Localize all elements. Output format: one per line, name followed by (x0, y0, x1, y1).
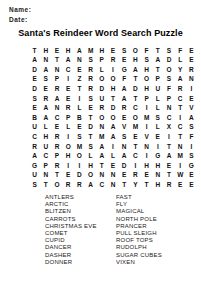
grid-cell[interactable]: I (107, 65, 118, 75)
grid-cell[interactable]: S (119, 46, 130, 56)
grid-cell[interactable]: A (40, 65, 51, 75)
grid-cell[interactable]: N (152, 171, 163, 181)
grid-cell[interactable]: S (85, 56, 96, 66)
grid-cell[interactable]: F (163, 84, 174, 94)
grid-cell[interactable]: R (63, 104, 74, 114)
grid-cell[interactable]: E (119, 113, 130, 123)
grid-cell[interactable]: E (51, 123, 62, 133)
grid-cell[interactable]: E (63, 94, 74, 104)
grid-cell[interactable]: H (141, 84, 152, 94)
grid-cell[interactable]: T (40, 180, 51, 190)
grid-cell[interactable]: D (163, 56, 174, 66)
grid-cell[interactable]: F (141, 46, 152, 56)
grid-cell[interactable]: A (40, 113, 51, 123)
grid-cell[interactable]: A (175, 75, 186, 85)
grid-cell[interactable]: D (74, 171, 85, 181)
grid-cell[interactable]: H (107, 84, 118, 94)
grid-cell[interactable]: E (107, 161, 118, 171)
grid-cell[interactable]: I (63, 75, 74, 85)
word-item: BLITZEN (45, 208, 97, 215)
grid-cell[interactable]: U (152, 84, 163, 94)
grid-cell[interactable]: E (186, 171, 197, 181)
grid-cell[interactable]: I (141, 104, 152, 114)
grid-cell[interactable]: T (175, 132, 186, 142)
grid-cell[interactable]: E (74, 65, 85, 75)
grid-cell[interactable]: E (163, 161, 174, 171)
grid-cell[interactable]: P (163, 94, 174, 104)
grid-cell[interactable]: N (163, 104, 174, 114)
grid-cell[interactable]: T (175, 104, 186, 114)
grid-cell[interactable]: C (63, 65, 74, 75)
grid-cell[interactable]: O (96, 75, 107, 85)
grid-cell[interactable]: I (175, 113, 186, 123)
grid-cell[interactable]: E (186, 46, 197, 56)
grid-cell[interactable]: T (152, 46, 163, 56)
word-item: ROOF TOPS (116, 237, 162, 244)
grid-cell[interactable]: N (107, 171, 118, 181)
grid-cell[interactable]: N (186, 75, 197, 85)
grid-cell[interactable]: G (186, 161, 197, 171)
grid-cell[interactable]: O (96, 113, 107, 123)
grid-cell[interactable]: D (119, 161, 130, 171)
grid-cell[interactable]: A (163, 152, 174, 162)
grid-cell[interactable]: X (163, 123, 174, 133)
grid-cell[interactable]: T (29, 46, 40, 56)
grid-cell[interactable]: R (175, 84, 186, 94)
grid-cell[interactable]: I (130, 161, 141, 171)
grid-cell[interactable]: E (29, 104, 40, 114)
grid-cell[interactable]: T (141, 180, 152, 190)
grid-cell[interactable]: P (152, 75, 163, 85)
word-item: ANTLERS (45, 194, 97, 201)
grid-cell[interactable]: T (163, 142, 174, 152)
grid-cell[interactable]: T (51, 171, 62, 181)
grid-cell[interactable]: R (96, 104, 107, 114)
grid-cell[interactable]: S (29, 94, 40, 104)
grid-cell[interactable]: N (175, 142, 186, 152)
grid-cell[interactable]: H (85, 161, 96, 171)
grid-cell[interactable]: Z (74, 75, 85, 85)
grid-cell[interactable]: H (40, 46, 51, 56)
word-list: ANTLERSARCTICBLITZENCARROTSCHRISTMAS EVE… (0, 194, 201, 274)
grid-cell[interactable]: I (175, 161, 186, 171)
grid-cell[interactable]: E (152, 132, 163, 142)
grid-cell[interactable]: P (63, 113, 74, 123)
grid-cell[interactable]: A (107, 132, 118, 142)
grid-cell[interactable]: I (107, 142, 118, 152)
grid-cell[interactable]: S (152, 113, 163, 123)
word-item: FLY (116, 201, 162, 208)
grid-cell[interactable]: C (130, 152, 141, 162)
grid-cell[interactable]: R (29, 142, 40, 152)
grid-cell[interactable]: O (130, 113, 141, 123)
word-item: CARROTS (45, 216, 97, 223)
grid-cell[interactable]: S (29, 180, 40, 190)
grid-cell[interactable]: L (96, 65, 107, 75)
grid-cell[interactable]: O (74, 152, 85, 162)
grid-cell[interactable]: S (141, 56, 152, 66)
word-item: CHRISTMAS EVE (45, 223, 97, 230)
grid-cell[interactable]: I (74, 161, 85, 171)
word-item: PULL SLEIGH (116, 230, 162, 237)
grid-cell[interactable]: D (29, 65, 40, 75)
grid-cell[interactable]: A (40, 104, 51, 114)
grid-cell[interactable]: N (119, 142, 130, 152)
grid-cell[interactable]: A (186, 113, 197, 123)
grid-cell[interactable]: O (107, 75, 118, 85)
grid-cell[interactable]: C (40, 152, 51, 162)
grid-cell[interactable]: A (96, 142, 107, 152)
grid-cell[interactable]: I (63, 132, 74, 142)
grid-cell[interactable]: N (40, 171, 51, 181)
grid-cell[interactable]: S (85, 142, 96, 152)
grid-cell[interactable]: R (107, 56, 118, 66)
grid-cell[interactable]: A (119, 152, 130, 162)
grid-cell[interactable]: R (40, 94, 51, 104)
grid-cell[interactable]: E (119, 56, 130, 66)
grid-cell[interactable]: N (107, 180, 118, 190)
grid-cell[interactable]: A (74, 46, 85, 56)
grid-cell[interactable]: L (152, 104, 163, 114)
grid-cell[interactable]: T (119, 180, 130, 190)
grid-cell[interactable]: C (163, 113, 174, 123)
grid-cell[interactable]: O (141, 75, 152, 85)
grid-cell[interactable]: F (119, 75, 130, 85)
name-label: Name: (9, 6, 31, 13)
word-item: PRANCER (116, 223, 162, 230)
grid-cell[interactable]: L (175, 56, 186, 66)
grid-cell[interactable]: D (96, 84, 107, 94)
grid-cell[interactable]: A (107, 123, 118, 133)
grid-cell[interactable]: C (51, 113, 62, 123)
worksheet-page: Name: Date: Santa's Reindeer Word Search… (0, 0, 201, 282)
grid-cell[interactable]: R (51, 84, 62, 94)
grid-cell[interactable]: U (29, 123, 40, 133)
word-item: MAGICAL (116, 208, 162, 215)
word-item: DANCER (45, 244, 97, 251)
grid-cell[interactable]: N (74, 56, 85, 66)
grid-cell[interactable]: R (51, 142, 62, 152)
word-list-right-column: FASTFLYMAGICALNORTH POLEPRANCERPULL SLEI… (116, 194, 162, 266)
word-item: COMET (45, 230, 97, 237)
grid-cell[interactable]: R (130, 171, 141, 181)
grid-cell[interactable]: T (130, 75, 141, 85)
grid-cell[interactable]: S (163, 46, 174, 56)
grid-cell[interactable]: R (63, 180, 74, 190)
grid-cell[interactable]: R (186, 65, 197, 75)
grid-cell[interactable]: B (29, 113, 40, 123)
grid-cell[interactable]: L (107, 152, 118, 162)
word-item: FAST (116, 194, 162, 201)
grid-cell[interactable]: C (96, 180, 107, 190)
grid-cell[interactable]: H (63, 152, 74, 162)
word-item: RUDOLPH (116, 244, 162, 251)
grid-cell[interactable]: E (186, 180, 197, 190)
grid-cell[interactable]: E (186, 56, 197, 66)
grid-cell[interactable]: H (130, 56, 141, 66)
grid-cell[interactable]: V (119, 123, 130, 133)
grid-cell[interactable]: L (85, 152, 96, 162)
grid-cell[interactable]: I (63, 161, 74, 171)
grid-cell[interactable]: P (40, 161, 51, 171)
grid-cell[interactable]: A (51, 94, 62, 104)
grid-cell[interactable]: N (96, 123, 107, 133)
grid-cell[interactable]: F (175, 46, 186, 56)
grid-cell[interactable]: E (63, 84, 74, 94)
grid-cell[interactable]: H (152, 161, 163, 171)
grid-cell[interactable]: T (85, 132, 96, 142)
word-list-left-column: ANTLERSARCTICBLITZENCARROTSCHRISTMAS EVE… (45, 194, 97, 266)
grid-cell[interactable]: H (40, 132, 51, 142)
grid-cell[interactable]: A (85, 180, 96, 190)
grid-cell[interactable]: U (96, 94, 107, 104)
grid-cell[interactable]: E (63, 171, 74, 181)
grid-cell[interactable]: I (186, 84, 197, 94)
grid-cell[interactable]: R (85, 75, 96, 85)
grid-cell[interactable]: Y (175, 65, 186, 75)
grid-cell[interactable]: H (141, 161, 152, 171)
grid-cell[interactable]: C (130, 104, 141, 114)
grid-cell[interactable]: M (74, 142, 85, 152)
grid-cell[interactable]: E (130, 132, 141, 142)
word-item: ARCTIC (45, 201, 97, 208)
grid-cell[interactable]: H (141, 65, 152, 75)
grid-cell[interactable]: A (29, 56, 40, 66)
grid-cell[interactable]: A (29, 152, 40, 162)
grid-cell[interactable]: W (175, 171, 186, 181)
grid-cell[interactable]: R (74, 180, 85, 190)
grid-cell[interactable]: M (130, 123, 141, 133)
word-item: CUPID (45, 237, 97, 244)
grid-cell[interactable]: C (29, 132, 40, 142)
grid-cell[interactable]: T (152, 65, 163, 75)
grid-cell[interactable]: L (40, 123, 51, 133)
grid-cell[interactable]: L (63, 123, 74, 133)
grid-cell[interactable]: O (51, 180, 62, 190)
grid-cell[interactable]: G (119, 65, 130, 75)
grid-cell[interactable]: A (152, 56, 163, 66)
grid-cell[interactable]: M (141, 113, 152, 123)
grid-cell[interactable]: P (141, 94, 152, 104)
grid-cell[interactable]: S (74, 132, 85, 142)
grid-cell[interactable]: A (96, 152, 107, 162)
grid-cell[interactable]: R (119, 104, 130, 114)
grid-cell[interactable]: H (63, 46, 74, 56)
grid-cell[interactable]: A (119, 94, 130, 104)
grid-cell[interactable]: L (152, 123, 163, 133)
grid-cell[interactable]: R (51, 132, 62, 142)
grid-cell[interactable]: C (175, 94, 186, 104)
grid-cell[interactable]: E (51, 46, 62, 56)
grid-cell[interactable]: N (51, 65, 62, 75)
grid-cell[interactable]: M (175, 152, 186, 162)
grid-cell[interactable]: S (119, 132, 130, 142)
grid-cell[interactable]: A (119, 84, 130, 94)
grid-cell[interactable]: D (107, 104, 118, 114)
grid-cell[interactable]: T (130, 94, 141, 104)
word-item: VIXEN (116, 259, 162, 266)
grid-cell[interactable]: P (51, 152, 62, 162)
grid-cell[interactable]: S (40, 75, 51, 85)
grid-cell[interactable]: O (163, 65, 174, 75)
grid-cell[interactable]: U (40, 142, 51, 152)
grid-cell[interactable]: V (186, 104, 197, 114)
grid-cell[interactable]: V (141, 132, 152, 142)
grid-cell[interactable]: E (119, 171, 130, 181)
grid-cell[interactable]: H (96, 46, 107, 56)
grid-cell[interactable]: G (29, 161, 40, 171)
grid-cell[interactable]: P (51, 75, 62, 85)
grid-cell[interactable]: E (107, 46, 118, 56)
grid-cell[interactable]: S (186, 123, 197, 133)
grid-cell[interactable]: O (85, 171, 96, 181)
grid-cell[interactable]: O (63, 142, 74, 152)
grid-cell[interactable]: C (175, 123, 186, 133)
grid-cell[interactable]: E (29, 75, 40, 85)
word-item: SUGAR CUBES (116, 252, 162, 259)
grid-cell[interactable]: T (130, 142, 141, 152)
grid-cell[interactable]: M (85, 46, 96, 56)
grid-cell[interactable]: D (29, 84, 40, 94)
grid-cell[interactable]: E (141, 171, 152, 181)
date-label: Date: (9, 16, 28, 23)
grid-cell[interactable]: T (85, 113, 96, 123)
grid-cell[interactable]: I (186, 142, 197, 152)
grid-cell[interactable]: U (29, 171, 40, 181)
grid-cell[interactable]: T (107, 94, 118, 104)
grid-cell[interactable]: P (96, 56, 107, 66)
grid-cell[interactable]: I (74, 94, 85, 104)
grid-cell[interactable]: R (85, 84, 96, 94)
grid-cell[interactable]: S (85, 94, 96, 104)
grid-cell[interactable]: I (163, 132, 174, 142)
grid-cell[interactable]: Y (130, 180, 141, 190)
grid-cell[interactable]: S (186, 152, 197, 162)
letter-grid: THEHAMHESOFTSFEANTANSPREHSADLEDANCERLIGA… (29, 46, 197, 190)
grid-cell[interactable]: H (152, 180, 163, 190)
grid-cell[interactable]: N (141, 142, 152, 152)
grid-cell[interactable]: E (85, 104, 96, 114)
grid-cell[interactable]: I (141, 123, 152, 133)
word-item: DONNER (45, 259, 97, 266)
grid-cell[interactable]: R (85, 65, 96, 75)
puzzle-title: Santa's Reindeer Word Search Puzzle (0, 28, 201, 38)
grid-cell[interactable]: T (96, 161, 107, 171)
grid-cell[interactable]: E (74, 123, 85, 133)
grid-cell[interactable]: E (186, 94, 197, 104)
grid-cell[interactable]: G (152, 152, 163, 162)
grid-cell[interactable]: A (130, 65, 141, 75)
grid-cell[interactable]: R (163, 180, 174, 190)
grid-cell[interactable]: E (175, 180, 186, 190)
grid-cell[interactable]: S (163, 75, 174, 85)
grid-cell[interactable]: O (107, 113, 118, 123)
grid-cell[interactable]: N (96, 171, 107, 181)
grid-cell[interactable]: T (74, 84, 85, 94)
grid-cell[interactable]: M (96, 132, 107, 142)
grid-cell[interactable]: D (85, 123, 96, 133)
grid-cell[interactable]: F (186, 132, 197, 142)
grid-cell[interactable]: D (130, 84, 141, 94)
grid-cell[interactable]: A (63, 56, 74, 66)
word-item: DASHER (45, 252, 97, 259)
grid-cell[interactable]: N (51, 104, 62, 114)
word-item: NORTH POLE (116, 216, 162, 223)
grid-cell[interactable]: T (163, 171, 174, 181)
grid-cell[interactable]: E (40, 84, 51, 94)
grid-cell[interactable]: L (152, 94, 163, 104)
grid-cell[interactable]: I (141, 152, 152, 162)
grid-cell[interactable]: O (130, 46, 141, 56)
grid-cell[interactable]: N (40, 56, 51, 66)
grid-cell[interactable]: R (51, 161, 62, 171)
grid-cell[interactable]: T (51, 56, 62, 66)
grid-cell[interactable]: B (74, 113, 85, 123)
grid-cell[interactable]: L (74, 104, 85, 114)
grid-cell[interactable]: I (152, 142, 163, 152)
